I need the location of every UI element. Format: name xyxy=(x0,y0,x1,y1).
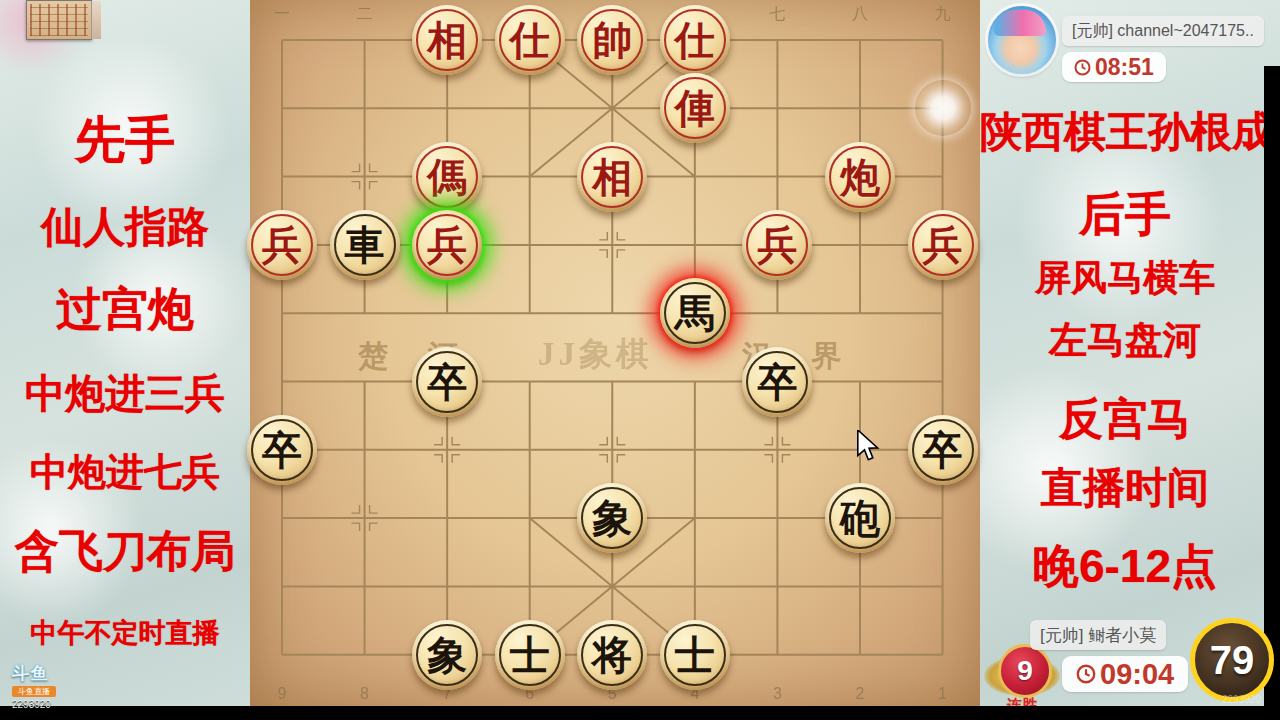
piece-red-帥[interactable]: 帥 xyxy=(577,5,647,75)
piece-black-象[interactable]: 象 xyxy=(412,620,482,690)
douyu-logo: 斗鱼 斗鱼直播 2293920 xyxy=(12,662,56,710)
piece-glyph: 仕 xyxy=(675,20,715,60)
douyu-room-id: 2293920 xyxy=(12,699,56,710)
piece-glyph: 卒 xyxy=(427,362,467,402)
piece-red-兵[interactable]: 兵 xyxy=(247,210,317,280)
left-overlay-text: 过宫炮 xyxy=(0,283,250,336)
clock-icon xyxy=(1074,59,1091,76)
player-name-badge-top: [元帅] channel~2047175.. xyxy=(1062,16,1264,46)
piece-glyph: 兵 xyxy=(757,225,797,265)
piece-glyph: 相 xyxy=(592,157,632,197)
piece-black-士[interactable]: 士 xyxy=(495,620,565,690)
clock-time-bottom: 09:04 xyxy=(1100,658,1174,691)
piece-glyph: 士 xyxy=(510,635,550,675)
piece-black-将[interactable]: 将 xyxy=(577,620,647,690)
piece-glyph: 将 xyxy=(592,635,632,675)
left-overlay-text: 仙人指路 xyxy=(0,203,250,251)
win-streak-medal: 9 连胜 xyxy=(990,640,1054,716)
piece-red-傌[interactable]: 傌 xyxy=(412,142,482,212)
piece-glyph: 馬 xyxy=(675,293,715,333)
piece-glyph: 卒 xyxy=(262,430,302,470)
pieces-layer: 相仕帥仕俥傌相炮兵兵兵兵車馬卒卒卒卒象砲象士将士 xyxy=(250,0,980,706)
clock-icon xyxy=(1076,664,1096,684)
streamer-avatar[interactable] xyxy=(988,6,1056,74)
right-overlay-text: 直播时间 xyxy=(980,464,1270,512)
piece-black-馬[interactable]: 馬 xyxy=(660,278,730,348)
left-overlay-text: 中午不定时直播 xyxy=(0,618,250,649)
piece-glyph: 炮 xyxy=(840,157,880,197)
piece-glyph: 卒 xyxy=(757,362,797,402)
piece-glyph: 兵 xyxy=(427,225,467,265)
piece-red-相[interactable]: 相 xyxy=(412,5,482,75)
left-overlay-panel: 先手仙人指路过宫炮中炮进三兵中炮进七兵含飞刀布局中午不定时直播 斗鱼 斗鱼直播 … xyxy=(0,0,250,720)
piece-black-象[interactable]: 象 xyxy=(577,483,647,553)
right-overlay-text: 晚6-12点 xyxy=(980,540,1270,593)
stream-screenshot: 先手仙人指路过宫炮中炮进三兵中炮进七兵含飞刀布局中午不定时直播 斗鱼 斗鱼直播 … xyxy=(0,0,1280,720)
piece-red-兵[interactable]: 兵 xyxy=(908,210,978,280)
left-overlay-text: 中炮进七兵 xyxy=(0,451,250,495)
piece-black-卒[interactable]: 卒 xyxy=(908,415,978,485)
douyu-logo-text: 斗鱼 xyxy=(12,662,56,685)
piece-black-車[interactable]: 車 xyxy=(330,210,400,280)
left-overlay-text: 中炮进三兵 xyxy=(0,370,250,416)
watermark-room-id: 2293920 xyxy=(1222,694,1261,705)
piece-black-卒[interactable]: 卒 xyxy=(247,415,317,485)
piece-red-炮[interactable]: 炮 xyxy=(825,142,895,212)
score-value: 79 xyxy=(1210,638,1255,683)
piece-glyph: 兵 xyxy=(262,225,302,265)
right-overlay-text: 陕西棋王孙根成 xyxy=(980,108,1270,156)
piece-glyph: 帥 xyxy=(592,20,632,60)
player-clock-bottom: 09:04 xyxy=(1062,656,1188,692)
piece-glyph: 傌 xyxy=(427,157,467,197)
piece-black-卒[interactable]: 卒 xyxy=(412,347,482,417)
piece-red-兵[interactable]: 兵 xyxy=(742,210,812,280)
piece-glyph: 象 xyxy=(592,498,632,538)
piece-red-兵[interactable]: 兵 xyxy=(412,210,482,280)
player-name-top: [元帅] channel~2047175.. xyxy=(1072,21,1254,42)
piece-glyph: 砲 xyxy=(840,498,880,538)
piece-glyph: 相 xyxy=(427,20,467,60)
mouse-cursor xyxy=(856,430,882,462)
right-overlay-text: 屏风马横车 xyxy=(980,257,1270,298)
piece-red-相[interactable]: 相 xyxy=(577,142,647,212)
player-name-badge-bottom: [元帅] 鲥者小莫 xyxy=(1030,620,1166,650)
right-overlay-text: 左马盘河 xyxy=(980,319,1270,363)
left-overlay-text: 先手 xyxy=(0,112,250,170)
right-overlay-text: 反宫马 xyxy=(980,394,1270,445)
piece-glyph: 卒 xyxy=(923,430,963,470)
mini-board-thumbnail xyxy=(26,0,92,40)
clock-time-top: 08:51 xyxy=(1095,54,1154,81)
piece-glyph: 士 xyxy=(675,635,715,675)
piece-glyph: 兵 xyxy=(923,225,963,265)
douyu-tag: 斗鱼直播 xyxy=(12,686,56,697)
piece-glyph: 象 xyxy=(427,635,467,675)
player-clock-top: 08:51 xyxy=(1062,52,1166,82)
opponent-avatar-score[interactable]: 79 xyxy=(1190,618,1274,702)
right-overlay-text: 后手 xyxy=(980,188,1270,241)
player-name-bottom: [元帅] 鲥者小莫 xyxy=(1040,624,1156,647)
piece-glyph: 車 xyxy=(345,225,385,265)
letterbox-right xyxy=(1264,66,1280,720)
piece-glyph: 仕 xyxy=(510,20,550,60)
left-overlay-text: 含飞刀布局 xyxy=(0,526,250,577)
piece-red-仕[interactable]: 仕 xyxy=(660,5,730,75)
piece-black-士[interactable]: 士 xyxy=(660,620,730,690)
piece-red-仕[interactable]: 仕 xyxy=(495,5,565,75)
medal-count: 9 xyxy=(998,644,1052,698)
piece-black-砲[interactable]: 砲 xyxy=(825,483,895,553)
piece-red-俥[interactable]: 俥 xyxy=(660,73,730,143)
letterbox-bottom xyxy=(0,706,1280,720)
piece-glyph: 俥 xyxy=(675,88,715,128)
xiangqi-board[interactable]: 楚 河 JJ象棋 汉 界 一二三四五六七八九 987654321 相仕帥仕俥傌相… xyxy=(250,0,980,706)
piece-black-卒[interactable]: 卒 xyxy=(742,347,812,417)
